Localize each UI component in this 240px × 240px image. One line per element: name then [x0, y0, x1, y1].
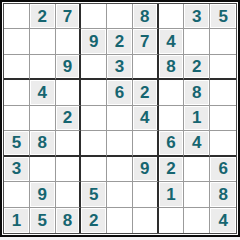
given-digit: 1	[166, 186, 175, 203]
cell-r6c1[interactable]: 5	[4, 131, 30, 156]
given-digit: 2	[115, 33, 124, 50]
cell-r3c2[interactable]	[30, 55, 56, 80]
given-digit: 8	[166, 58, 175, 75]
given-digit: 8	[140, 8, 149, 25]
cell-r6c5[interactable]	[107, 131, 133, 156]
given-digit: 3	[12, 160, 21, 177]
cell-r1c6[interactable]: 8	[133, 4, 159, 29]
cell-r1c1[interactable]	[4, 4, 30, 29]
cell-r8c6[interactable]	[133, 182, 159, 207]
cell-r1c8[interactable]: 3	[184, 4, 210, 29]
given-digit: 2	[140, 84, 149, 101]
given-digit: 9	[37, 186, 46, 203]
cell-r7c9[interactable]: 6	[210, 157, 236, 182]
cell-r9c8[interactable]	[184, 208, 210, 233]
given-digit: 9	[63, 58, 72, 75]
given-digit: 4	[218, 212, 227, 229]
given-digit: 8	[37, 134, 46, 151]
given-digit: 1	[192, 109, 201, 126]
cell-r8c5[interactable]	[107, 182, 133, 207]
cell-r2c5[interactable]: 2	[107, 29, 133, 54]
cell-r6c7[interactable]: 6	[159, 131, 185, 156]
cell-r3c4[interactable]	[81, 55, 107, 80]
cell-r4c4[interactable]	[81, 80, 107, 105]
cell-r5c5[interactable]	[107, 106, 133, 131]
cell-r6c2[interactable]: 8	[30, 131, 56, 156]
cell-r8c8[interactable]	[184, 182, 210, 207]
cell-r2c3[interactable]	[56, 29, 82, 54]
given-digit: 4	[37, 84, 46, 101]
given-digit: 7	[140, 33, 149, 50]
cell-r5c3[interactable]: 2	[56, 106, 82, 131]
cell-r8c2[interactable]: 9	[30, 182, 56, 207]
given-digit: 2	[89, 212, 98, 229]
cell-r2c1[interactable]	[4, 29, 30, 54]
given-digit: 6	[218, 160, 227, 177]
given-digit: 8	[218, 186, 227, 203]
cell-r3c8[interactable]: 2	[184, 55, 210, 80]
cell-r3c1[interactable]	[4, 55, 30, 80]
cell-r9c6[interactable]	[133, 208, 159, 233]
given-digit: 8	[63, 212, 72, 229]
cell-r1c2[interactable]: 2	[30, 4, 56, 29]
given-digit: 1	[12, 212, 21, 229]
sudoku-grid: 2783592749382462824158643926951815824	[3, 3, 237, 234]
cell-r5c6[interactable]: 4	[133, 106, 159, 131]
cell-r7c6[interactable]: 9	[133, 157, 159, 182]
cell-r5c1[interactable]	[4, 106, 30, 131]
cell-r2c9[interactable]	[210, 29, 236, 54]
cell-r8c3[interactable]	[56, 182, 82, 207]
given-digit: 8	[192, 84, 201, 101]
cell-r5c9[interactable]	[210, 106, 236, 131]
given-digit: 2	[63, 109, 72, 126]
sudoku-board-frame: 2783592749382462824158643926951815824	[0, 0, 240, 237]
cell-r9c2[interactable]: 5	[30, 208, 56, 233]
given-digit: 5	[37, 212, 46, 229]
cell-r1c5[interactable]	[107, 4, 133, 29]
cell-r4c7[interactable]	[159, 80, 185, 105]
cell-r4c2[interactable]: 4	[30, 80, 56, 105]
cell-r2c4[interactable]: 9	[81, 29, 107, 54]
given-digit: 2	[166, 160, 175, 177]
cell-r2c7[interactable]: 4	[159, 29, 185, 54]
cell-r3c7[interactable]: 8	[159, 55, 185, 80]
cell-r9c1[interactable]: 1	[4, 208, 30, 233]
cell-r6c6[interactable]	[133, 131, 159, 156]
cell-r1c4[interactable]	[81, 4, 107, 29]
cell-r8c4[interactable]: 5	[81, 182, 107, 207]
given-digit: 5	[218, 8, 227, 25]
cell-r4c6[interactable]: 2	[133, 80, 159, 105]
given-digit: 9	[140, 160, 149, 177]
cell-r5c4[interactable]	[81, 106, 107, 131]
cell-r3c5[interactable]: 3	[107, 55, 133, 80]
cell-r7c4[interactable]	[81, 157, 107, 182]
cell-r9c9[interactable]: 4	[210, 208, 236, 233]
cell-r2c6[interactable]: 7	[133, 29, 159, 54]
cell-r8c9[interactable]: 8	[210, 182, 236, 207]
cell-r2c8[interactable]	[184, 29, 210, 54]
given-digit: 3	[192, 8, 201, 25]
cell-r1c7[interactable]	[159, 4, 185, 29]
cell-r6c3[interactable]	[56, 131, 82, 156]
given-digit: 4	[192, 134, 201, 151]
cell-r7c2[interactable]	[30, 157, 56, 182]
cell-r1c9[interactable]: 5	[210, 4, 236, 29]
cell-r5c2[interactable]	[30, 106, 56, 131]
cell-r6c9[interactable]	[210, 131, 236, 156]
given-digit: 5	[89, 186, 98, 203]
cell-r7c5[interactable]	[107, 157, 133, 182]
cell-r3c9[interactable]	[210, 55, 236, 80]
given-digit: 6	[166, 134, 175, 151]
cell-r4c8[interactable]: 8	[184, 80, 210, 105]
cell-r1c3[interactable]: 7	[56, 4, 82, 29]
cell-r3c3[interactable]: 9	[56, 55, 82, 80]
given-digit: 2	[192, 58, 201, 75]
cell-r6c8[interactable]: 4	[184, 131, 210, 156]
cell-r2c2[interactable]	[30, 29, 56, 54]
cell-r4c3[interactable]	[56, 80, 82, 105]
cell-r9c4[interactable]: 2	[81, 208, 107, 233]
given-digit: 3	[115, 58, 124, 75]
cell-r9c5[interactable]	[107, 208, 133, 233]
cell-r7c7[interactable]: 2	[159, 157, 185, 182]
cell-r5c7[interactable]	[159, 106, 185, 131]
cell-r4c9[interactable]	[210, 80, 236, 105]
given-digit: 7	[63, 8, 72, 25]
cell-r7c3[interactable]	[56, 157, 82, 182]
cell-r9c3[interactable]: 8	[56, 208, 82, 233]
cell-r7c1[interactable]: 3	[4, 157, 30, 182]
cell-r8c7[interactable]: 1	[159, 182, 185, 207]
cell-r3c6[interactable]	[133, 55, 159, 80]
cell-r7c8[interactable]	[184, 157, 210, 182]
cell-r5c8[interactable]: 1	[184, 106, 210, 131]
cell-r6c4[interactable]	[81, 131, 107, 156]
given-digit: 5	[12, 134, 21, 151]
cell-r8c1[interactable]	[4, 182, 30, 207]
cell-r4c1[interactable]	[4, 80, 30, 105]
given-digit: 9	[89, 33, 98, 50]
given-digit: 4	[166, 33, 175, 50]
cell-r4c5[interactable]: 6	[107, 80, 133, 105]
cell-r9c7[interactable]	[159, 208, 185, 233]
given-digit: 6	[115, 84, 124, 101]
given-digit: 4	[140, 109, 149, 126]
given-digit: 2	[37, 8, 46, 25]
